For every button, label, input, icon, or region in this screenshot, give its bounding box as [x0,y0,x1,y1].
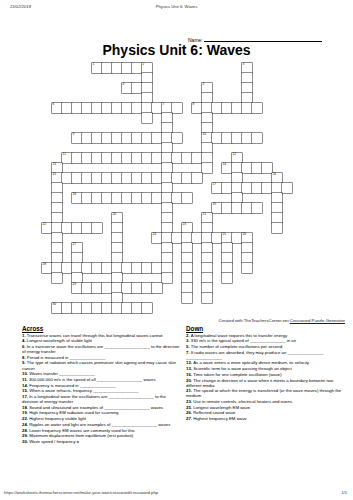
grid-cell[interactable] [232,203,242,213]
grid-cell[interactable] [242,203,252,213]
clue-item: 7. If radio waves are absorbed, they may… [186,350,346,360]
clue-item: 16. Time taken for one complete oscillat… [186,372,346,377]
down-heading: Down [186,326,346,331]
clue-item: 28. Lower frequency EM waves are commonl… [22,428,180,433]
grid-cell[interactable] [142,93,152,103]
grid-cell[interactable] [242,243,252,253]
down-clues: Down 2. A longitudinal wave requires thi… [186,326,346,422]
clue-number: 19 [213,203,217,206]
grid-cell[interactable] [92,133,102,143]
grid-cell[interactable] [52,203,62,213]
grid-cell[interactable] [132,83,142,93]
clue-number: 4 [123,83,125,86]
grid-cell[interactable] [222,243,232,253]
grid-cell[interactable] [112,273,122,283]
grid-cell[interactable] [162,243,172,253]
grid-cell[interactable] [52,213,62,223]
grid-cell[interactable]: 2 [142,63,152,73]
generator-credit: Created with TheTeachersCorner.net Cross… [218,318,345,323]
clue-number: 25 [223,233,227,236]
clue-number: 21 [203,213,207,216]
grid-cell[interactable] [132,283,142,293]
grid-cell[interactable] [182,293,192,303]
grid-cell[interactable] [182,283,192,293]
clue-item: 6. In a transverse wave the oscillations… [22,344,180,354]
clue-item: 2. A longitudinal wave requires this to … [186,333,346,338]
clue-item: 12. As a wave enters a more optically de… [186,360,346,365]
clue-item: 17. In a longitudinal wave the oscillati… [22,394,180,404]
grid-cell[interactable] [212,233,222,243]
grid-cell[interactable] [242,83,252,93]
clue-number: 16 [273,173,277,176]
grid-cell[interactable] [162,133,172,143]
grid-cell[interactable] [252,203,262,213]
grid-cell[interactable] [202,223,212,233]
grid-cell[interactable] [182,253,192,263]
grid-cell[interactable] [112,223,122,233]
clue-item: 15. When a wave refracts, frequency ____… [22,388,180,393]
grid-cell[interactable] [152,193,162,203]
grid-cell[interactable] [192,153,202,163]
clue-number: 11 [63,153,66,156]
clue-item: 27. Highest frequency EM wave [186,416,346,421]
grid-cell[interactable] [112,303,122,313]
grid-cell[interactable] [82,193,92,203]
grid-cell[interactable] [272,193,282,203]
clue-item: 4. Longest wavelength of visible light [22,338,180,343]
grid-cell[interactable] [112,233,122,243]
clue-item: 8. Period is measured in _______________ [22,355,180,360]
grid-cell[interactable] [192,173,202,183]
grid-cell[interactable] [82,223,92,233]
grid-cell[interactable]: 17 [212,183,222,193]
across-list: 1. Transverse waves can travel through t… [22,333,180,444]
grid-cell[interactable]: 20 [112,213,122,223]
grid-cell[interactable] [82,173,92,183]
clue-item: 24. Ripples on water and light are examp… [22,422,180,427]
grid-cell[interactable] [82,263,92,273]
grid-cell[interactable] [72,223,82,233]
grid-cell[interactable] [162,183,172,193]
grid-cell[interactable]: 21 [202,213,212,223]
down-list: 2. A longitudinal wave requires this to … [186,333,346,422]
clue-item: 3. 330 m/s is the typical speed of _____… [186,338,346,343]
grid-cell[interactable] [132,303,142,313]
clue-number: 29 [73,283,77,286]
grid-cell[interactable] [62,303,72,313]
grid-cell[interactable] [122,63,132,73]
grid-cell[interactable] [242,103,252,113]
grid-cell[interactable] [182,243,192,253]
grid-cell[interactable] [102,103,112,113]
grid-cell[interactable]: 12 [232,153,242,163]
clue-item: 19. High frequency EM radiation used for… [22,410,180,415]
grid-cell[interactable]: 19 [212,203,222,213]
grid-cell[interactable] [162,113,172,123]
grid-cell[interactable] [172,133,182,143]
clue-item: 11. 300,000,000 m/s is the speed of all … [22,377,180,382]
across-heading: Across [22,326,180,331]
grid-cell[interactable] [92,153,102,163]
grid-cell[interactable] [272,223,282,233]
clue-number: 14 [223,163,227,166]
crossword-worksheet-page: { "game": "crossword", "meta": { "date":… [0,0,353,500]
grid-cell[interactable] [112,263,122,273]
grid-cell[interactable] [122,193,132,203]
grid-cell[interactable] [92,303,102,313]
grid-cell[interactable] [62,103,72,113]
grid-cell[interactable] [102,133,112,143]
grid-cell[interactable] [142,303,152,313]
clue-number: 24 [153,233,157,236]
grid-cell[interactable] [112,63,122,73]
grid-cell[interactable]: 16 [272,173,282,183]
grid-cell[interactable] [232,103,242,113]
grid-cell[interactable] [142,283,152,293]
grid-cell[interactable] [152,133,162,143]
grid-cell[interactable] [122,263,132,273]
grid-cell[interactable]: 8 [192,103,202,113]
clue-item: 21. The speed at which the energy is tra… [186,388,346,398]
grid-cell[interactable] [92,263,102,273]
clue-number: 17 [213,183,217,186]
grid-cell[interactable]: 3 [242,63,252,73]
grid-cell[interactable]: 29 [72,283,82,293]
grid-cell[interactable]: 18 [72,193,82,203]
grid-cell[interactable] [62,173,72,183]
grid-cell[interactable] [72,103,82,113]
grid-cell[interactable] [202,243,212,253]
grid-cell[interactable] [262,183,272,193]
grid-cell[interactable] [82,303,92,313]
grid-cell[interactable] [102,263,112,273]
grid-cell[interactable] [142,193,152,203]
grid-cell[interactable] [72,173,82,183]
grid-cell[interactable] [92,173,102,183]
grid-cell[interactable] [82,283,92,293]
grid-cell[interactable] [202,253,212,263]
grid-cell[interactable] [272,183,282,193]
grid-cell[interactable] [92,283,102,293]
grid-cell[interactable] [52,273,62,283]
clue-item: 25. Longest wavelength EM wave [186,405,346,410]
grid-cell[interactable] [102,303,112,313]
clue-item: 10. Waves transfer _______________ [22,371,180,376]
grid-cell[interactable] [112,133,122,143]
grid-cell[interactable] [232,233,242,243]
clue-number: 8 [193,103,195,106]
footer-url: https://worksheets.theteacherscorner.net… [4,490,158,495]
grid-cell[interactable] [52,223,62,233]
grid-cell[interactable] [232,133,242,143]
grid-cell[interactable] [142,263,152,273]
clue-number: 10 [203,133,207,136]
grid-cell[interactable] [242,163,252,173]
grid-cell[interactable] [152,173,162,183]
grid-cell[interactable] [222,133,232,143]
clue-number: 1 [93,63,95,66]
grid-cell[interactable] [152,263,162,273]
grid-cell[interactable]: 23 [182,223,192,233]
grid-cell[interactable] [102,173,112,183]
clue-number: 15 [53,173,57,176]
grid-cell[interactable]: 4 [122,83,132,93]
grid-cell[interactable] [122,303,132,313]
grid-cell[interactable] [202,273,212,283]
grid-cell[interactable]: 15 [52,173,62,183]
crossword-grid: 1234567891011121314151617181920212223242… [42,63,302,313]
grid-cell[interactable] [122,283,132,293]
grid-cell[interactable] [152,103,162,113]
grid-cell[interactable] [142,103,152,113]
grid-cell[interactable] [112,153,122,163]
grid-cell[interactable] [232,193,242,203]
grid-cell[interactable] [252,163,262,173]
grid-cell[interactable]: 28 [42,263,52,273]
grid-cell[interactable] [142,153,152,163]
clue-item: 22. Highest frequency visible light [22,416,180,421]
clue-item: 14. Frequency is measured in ___________… [22,383,180,388]
grid-cell[interactable] [92,193,102,203]
grid-cell[interactable] [132,133,142,143]
grid-cell[interactable] [92,103,102,113]
grid-cell[interactable] [132,103,142,113]
grid-cell[interactable] [162,193,172,203]
grid-cell[interactable] [52,243,62,253]
grid-cell[interactable] [112,253,122,263]
grid-cell[interactable]: 10 [202,133,212,143]
grid-cell[interactable] [272,213,282,223]
grid-cell[interactable] [252,133,262,143]
grid-cell[interactable] [82,153,92,163]
grid-cell[interactable] [122,153,132,163]
clue-item: 13. Scientific term for a wave passing t… [186,366,346,371]
grid-cell[interactable] [112,193,122,203]
grid-cell[interactable] [192,233,202,243]
grid-cell[interactable]: 26 [242,233,252,243]
grid-cell[interactable] [162,143,172,153]
grid-cell[interactable] [112,243,122,253]
grid-cell[interactable] [162,263,172,273]
grid-cell[interactable] [172,103,182,113]
grid-cell[interactable] [172,193,182,203]
grid-cell[interactable] [162,153,172,163]
grid-cell[interactable] [112,103,122,113]
grid-cell[interactable] [202,283,212,293]
grid-cell[interactable] [222,253,232,263]
clue-item: 23. Use in remote controls, electrical h… [186,399,346,404]
grid-cell[interactable] [72,263,82,273]
across-clues: Across 1. Transverse waves can travel th… [22,326,180,445]
grid-cell[interactable] [142,73,152,83]
clue-number: 30 [53,303,57,306]
grid-cell[interactable]: 14 [222,163,232,173]
grid-cell[interactable] [162,123,172,133]
grid-cell[interactable] [182,263,192,273]
clue-item: 29. Maximum displacement from equilibriu… [22,433,180,438]
grid-cell[interactable] [162,213,172,223]
grid-cell[interactable] [112,173,122,183]
clue-number: 20 [113,213,117,216]
grid-cell[interactable] [72,303,82,313]
clue-number: 28 [43,263,47,266]
clue-item: 9. The type of radiation which causes pr… [22,360,180,370]
grid-cell[interactable] [142,173,152,183]
clue-number: 26 [243,233,247,236]
grid-cell[interactable] [242,93,252,103]
grid-cell[interactable] [142,113,152,123]
grid-cell[interactable] [202,103,212,113]
grid-cell[interactable] [52,253,62,263]
grid-cell[interactable] [222,183,232,193]
grid-cell[interactable] [262,163,272,173]
clue-item: 1. Transverse waves can travel through t… [22,333,180,338]
clue-number: 7 [163,103,165,106]
footer-page-indicator: 1/1 [341,490,347,495]
grid-cell[interactable] [242,263,252,273]
grid-cell[interactable] [162,253,172,263]
clue-item: 30. Wave speed / frequency = [22,439,180,444]
grid-cell[interactable] [162,203,172,213]
grid-cell[interactable] [62,263,72,273]
grid-cell[interactable] [182,233,192,243]
grid-cell[interactable] [232,173,242,183]
grid-cell[interactable] [162,223,172,233]
grid-cell[interactable] [202,143,212,153]
grid-cell[interactable] [182,173,192,183]
grid-cell[interactable] [52,233,62,243]
clue-number: 22 [43,223,47,226]
grid-cell[interactable] [242,73,252,83]
generator-link[interactable]: Crossword Puzzle Generator [290,318,345,323]
grid-cell[interactable] [132,193,142,203]
grid-cell[interactable] [202,93,212,103]
grid-cell[interactable] [272,203,282,213]
grid-cell[interactable] [142,133,152,143]
grid-cell[interactable] [122,173,132,183]
clue-number: 2 [143,63,145,66]
grid-cell[interactable] [212,133,222,143]
grid-cell[interactable] [132,63,142,73]
grid-cell[interactable] [52,193,62,203]
grid-cell[interactable] [82,133,92,143]
grid-cell[interactable] [202,163,212,173]
clue-number: 18 [73,193,77,196]
grid-cell[interactable] [72,253,82,263]
grid-cell[interactable] [232,183,242,193]
clue-item: 20. The change in direction of a wave wh… [186,378,346,388]
grid-cell[interactable]: 22 [42,223,52,233]
grid-cell[interactable] [182,153,192,163]
grid-cell[interactable] [182,273,192,283]
grid-cell[interactable]: 24 [152,233,162,243]
grid-cell[interactable] [102,283,112,293]
grid-cell[interactable] [202,113,212,123]
grid-cell[interactable] [102,63,112,73]
grid-cell[interactable] [162,173,172,183]
grid-cell[interactable] [282,183,292,193]
clue-number: 12 [233,153,237,156]
grid-cell[interactable] [72,153,82,163]
grid-cell[interactable]: 25 [222,233,232,243]
grid-cell[interactable] [222,263,232,273]
clue-number: 3 [243,63,245,66]
grid-cell[interactable]: 1 [92,63,102,73]
grid-cell[interactable] [152,153,162,163]
grid-cell[interactable] [82,103,92,113]
grid-cell[interactable] [112,283,122,293]
grid-cell[interactable] [202,233,212,243]
grid-cell[interactable] [162,273,172,283]
grid-cell[interactable] [52,263,62,273]
grid-cell[interactable] [252,183,262,193]
grid-cell[interactable] [172,153,182,163]
grid-cell[interactable] [172,233,182,243]
grid-cell[interactable] [122,103,132,113]
grid-cell[interactable]: 11 [62,153,72,163]
grid-cell[interactable]: 30 [52,303,62,313]
clue-number: 9 [73,133,75,136]
grid-cell[interactable]: 9 [72,133,82,143]
grid-cell[interactable] [222,203,232,213]
grid-cell[interactable]: 6 [52,103,62,113]
grid-cell[interactable] [102,193,112,203]
grid-cell[interactable] [212,103,222,113]
clue-item: 26. Reflected sound wave [186,410,346,415]
grid-cell[interactable] [222,103,232,113]
grid-cell[interactable] [102,153,112,163]
grid-cell[interactable] [152,283,162,293]
clue-item: 5. The number of complete oscillations p… [186,344,346,349]
grid-cell[interactable] [62,223,72,233]
grid-cell[interactable]: 27 [72,243,82,253]
grid-cell[interactable] [182,193,192,203]
grid-cell[interactable] [252,103,262,113]
generator-credit-text: Created with TheTeachersCorner.net [218,318,289,323]
grid-cell[interactable] [142,83,152,93]
grid-cell[interactable] [132,263,142,273]
header-doc-title: Physics Unit 6: Waves [0,4,353,9]
grid-cell[interactable] [242,253,252,263]
grid-cell[interactable] [92,223,102,233]
grid-cell[interactable]: 7 [162,103,172,113]
clue-number: 27 [73,243,77,246]
grid-cell[interactable] [52,183,62,193]
grid-cell[interactable] [222,273,232,283]
grid-cell[interactable] [162,233,172,243]
clue-number: 6 [53,103,55,106]
clue-item: 18. Sound and ultrasound are examples of… [22,405,180,410]
grid-cell[interactable] [242,133,252,143]
grid-cell[interactable] [232,163,242,173]
grid-cell[interactable] [132,173,142,183]
grid-cell[interactable] [162,163,172,173]
clue-number: 13 [53,163,57,166]
grid-cell[interactable] [242,183,252,193]
page-title: Physics Unit 6: Waves [0,42,353,58]
grid-cell[interactable] [172,173,182,183]
grid-cell[interactable] [132,153,142,163]
grid-cell[interactable] [202,153,212,163]
grid-cell[interactable]: 5 [202,83,212,93]
clue-number: 23 [183,223,187,226]
grid-cell[interactable] [202,263,212,273]
grid-cell[interactable] [202,293,212,303]
grid-cell[interactable] [112,293,122,303]
clue-number: 5 [203,83,205,86]
grid-cell[interactable] [122,133,132,143]
